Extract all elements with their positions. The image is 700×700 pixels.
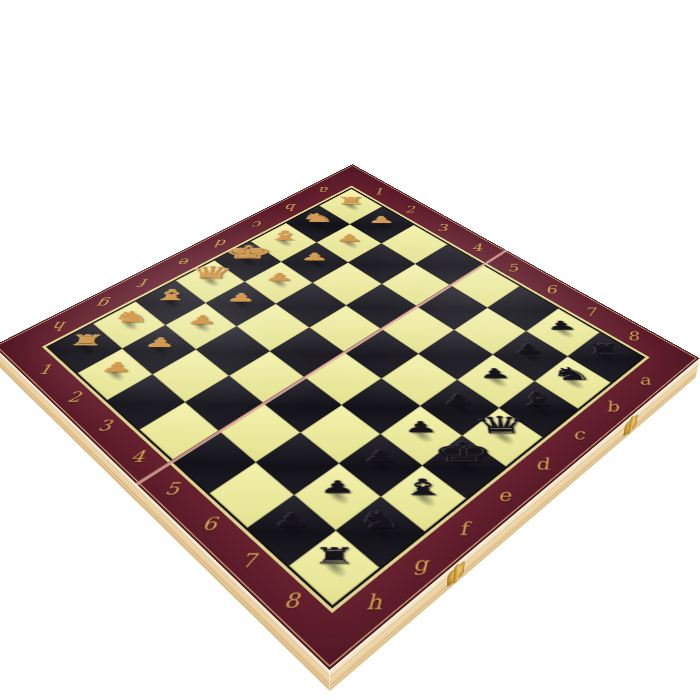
- pawn-icon: ♟: [272, 511, 311, 529]
- pawn-icon: ♟: [143, 336, 178, 349]
- square-e5[interactable]: [305, 352, 381, 404]
- piece-shadow: [358, 448, 402, 482]
- bishop-icon: ♝: [151, 287, 194, 302]
- square-f6[interactable]: [300, 404, 381, 463]
- piece-shadow: [400, 419, 444, 451]
- square-d7[interactable]: [420, 380, 499, 436]
- rank-labels-near-edge: 12345678: [16, 348, 330, 634]
- scene: 12345678 12345678 abcdefgh abcdefgh ♜♞♟♝…: [0, 0, 700, 700]
- square-f8[interactable]: [380, 465, 466, 532]
- square-g3[interactable]: [153, 349, 229, 401]
- piece-shadow: [438, 392, 481, 422]
- knight-icon: ♞: [300, 212, 336, 224]
- square-e8[interactable]: [422, 435, 506, 498]
- pawn-icon: ♟: [403, 420, 439, 435]
- piece-shadow: [315, 478, 360, 514]
- king-icon: ♚: [430, 438, 496, 466]
- square-h5[interactable]: [173, 431, 256, 493]
- square-h4[interactable]: [139, 402, 219, 460]
- pawn-icon: ♟: [368, 215, 396, 225]
- rook-icon: ♜: [335, 196, 366, 206]
- pawn-icon: ♟: [300, 252, 329, 263]
- queen-icon: ♛: [187, 264, 236, 281]
- square-c7[interactable]: [457, 355, 534, 408]
- pawn-icon: ♟: [544, 320, 578, 332]
- knight-icon: ♞: [355, 508, 404, 531]
- piece-shadow: [517, 393, 561, 423]
- file-labels-near-edge: abcdefgh: [335, 359, 675, 636]
- square-g4[interactable]: [185, 375, 263, 430]
- piece-shadow: [480, 420, 525, 452]
- square-h2[interactable]: [77, 348, 153, 400]
- pawn-icon: ♟: [98, 360, 134, 374]
- pawn-icon: ♟: [477, 367, 512, 381]
- bishop-icon: ♝: [265, 229, 303, 242]
- square-c8[interactable]: [499, 381, 578, 437]
- pieces-layer: ♜♞♟♝♟♚♟♛♟♝♟♞♟♟♜♟♟♜♟♟♞♟♝♟♛♟♚♟♝♟♞♜: [49, 189, 643, 606]
- product-photo: 12345678 12345678 abcdefgh abcdefgh ♜♞♟♝…: [0, 0, 700, 700]
- square-e6[interactable]: [342, 378, 421, 434]
- square-g8[interactable]: [336, 496, 425, 567]
- knight-icon: ♞: [548, 365, 594, 383]
- piece-shadow: [475, 366, 517, 394]
- knight-icon: ♞: [109, 309, 153, 324]
- square-h7[interactable]: [247, 495, 335, 566]
- pawn-icon: ♟: [264, 271, 295, 282]
- piece-shadow: [269, 510, 315, 548]
- piece-shadow: [310, 546, 358, 587]
- square-f5[interactable]: [263, 377, 341, 432]
- square-g5[interactable]: [219, 403, 300, 462]
- pawn-icon: ♟: [319, 479, 356, 496]
- pawn-icon: ♟: [441, 393, 477, 408]
- square-g6[interactable]: [256, 432, 339, 494]
- king-icon: ♚: [222, 243, 275, 261]
- chess-board: 12345678 12345678 abcdefgh abcdefgh ♜♞♟♝…: [0, 164, 700, 670]
- board-face: 12345678 12345678 abcdefgh abcdefgh ♜♞♟♝…: [0, 164, 700, 670]
- pawn-icon: ♟: [512, 343, 547, 356]
- square-g7[interactable]: [295, 463, 381, 529]
- rook-icon: ♜: [583, 342, 624, 357]
- piece-shadow: [357, 512, 404, 550]
- bishop-icon: ♝: [398, 475, 448, 498]
- bishop-icon: ♝: [513, 390, 561, 409]
- piece-shadow: [441, 449, 487, 483]
- rook-icon: ♜: [312, 545, 357, 567]
- square-d6[interactable]: [381, 353, 457, 406]
- square-h3[interactable]: [107, 374, 185, 429]
- square-e7[interactable]: [381, 406, 462, 465]
- square-f7[interactable]: [339, 434, 422, 497]
- square-f4[interactable]: [229, 351, 305, 403]
- square-h8[interactable]: [288, 530, 380, 606]
- pawn-icon: ♟: [185, 314, 218, 326]
- queen-icon: ♛: [472, 413, 530, 437]
- pawn-icon: ♟: [335, 233, 363, 243]
- square-h6[interactable]: [209, 462, 295, 528]
- pawn-icon: ♟: [362, 448, 398, 464]
- square-d8[interactable]: [462, 407, 543, 466]
- piece-shadow: [400, 480, 446, 516]
- piece-shadow: [551, 368, 594, 396]
- pawn-icon: ♟: [225, 292, 257, 304]
- rook-icon: ♜: [67, 333, 108, 348]
